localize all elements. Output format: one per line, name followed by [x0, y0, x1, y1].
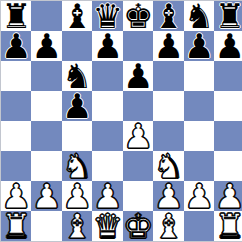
white-pawn[interactable]: ♟ [31, 181, 61, 211]
square-b1[interactable] [31, 211, 61, 241]
square-h4[interactable] [214, 121, 242, 151]
square-d5[interactable] [92, 91, 122, 121]
white-pawn[interactable]: ♟ [184, 181, 214, 211]
square-h7[interactable]: ♟ [214, 31, 242, 61]
square-e8[interactable]: ♚ [123, 1, 153, 31]
square-b5[interactable] [31, 91, 61, 121]
square-b6[interactable] [31, 61, 61, 91]
square-c5[interactable]: ♟ [62, 91, 92, 121]
square-e3[interactable] [123, 151, 153, 181]
black-bishop[interactable]: ♝ [62, 1, 92, 31]
square-b7[interactable]: ♟ [31, 31, 61, 61]
white-king[interactable]: ♚ [123, 211, 153, 241]
black-king[interactable]: ♚ [123, 1, 153, 31]
square-g1[interactable] [184, 211, 214, 241]
square-d4[interactable] [92, 121, 122, 151]
white-rook[interactable]: ♜ [214, 211, 242, 241]
square-h6[interactable] [214, 61, 242, 91]
square-a5[interactable] [1, 91, 31, 121]
square-d6[interactable] [92, 61, 122, 91]
square-d7[interactable]: ♟ [92, 31, 122, 61]
white-bishop[interactable]: ♝ [153, 211, 183, 241]
square-f5[interactable] [153, 91, 183, 121]
white-queen[interactable]: ♛ [92, 211, 122, 241]
square-g2[interactable]: ♟ [184, 181, 214, 211]
square-e6[interactable]: ♟ [123, 61, 153, 91]
white-bishop[interactable]: ♝ [62, 211, 92, 241]
square-e4[interactable]: ♟ [123, 121, 153, 151]
square-f6[interactable] [153, 61, 183, 91]
square-g4[interactable] [184, 121, 214, 151]
black-pawn[interactable]: ♟ [153, 31, 183, 61]
black-pawn[interactable]: ♟ [1, 31, 31, 61]
square-b2[interactable]: ♟ [31, 181, 61, 211]
black-pawn[interactable]: ♟ [62, 91, 92, 121]
square-a4[interactable] [1, 121, 31, 151]
square-g5[interactable] [184, 91, 214, 121]
square-c8[interactable]: ♝ [62, 1, 92, 31]
square-b4[interactable] [31, 121, 61, 151]
square-h1[interactable]: ♜ [214, 211, 242, 241]
square-d1[interactable]: ♛ [92, 211, 122, 241]
square-c1[interactable]: ♝ [62, 211, 92, 241]
square-f7[interactable]: ♟ [153, 31, 183, 61]
black-pawn[interactable]: ♟ [31, 31, 61, 61]
square-a1[interactable]: ♜ [1, 211, 31, 241]
black-pawn[interactable]: ♟ [214, 31, 242, 61]
square-a6[interactable] [1, 61, 31, 91]
square-h5[interactable] [214, 91, 242, 121]
square-a7[interactable]: ♟ [1, 31, 31, 61]
black-pawn[interactable]: ♟ [184, 31, 214, 61]
white-pawn[interactable]: ♟ [123, 121, 153, 151]
square-g7[interactable]: ♟ [184, 31, 214, 61]
black-pawn[interactable]: ♟ [92, 31, 122, 61]
square-g6[interactable] [184, 61, 214, 91]
square-e1[interactable]: ♚ [123, 211, 153, 241]
square-f1[interactable]: ♝ [153, 211, 183, 241]
chess-board: ♜♝♛♚♝♞♜♟♟♟♟♟♟♞♟♟♟♞♞♟♟♟♟♟♟♟♜♝♛♚♝♜ [0, 0, 242, 242]
white-rook[interactable]: ♜ [1, 211, 31, 241]
black-pawn[interactable]: ♟ [123, 61, 153, 91]
